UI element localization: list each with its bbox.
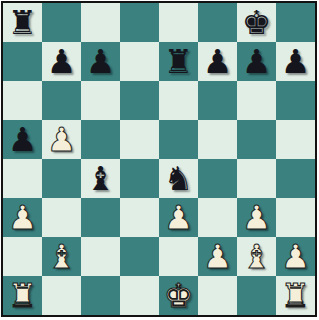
square-f5[interactable] xyxy=(198,120,237,159)
square-d2[interactable] xyxy=(120,237,159,276)
square-h8[interactable] xyxy=(276,3,315,42)
square-a7[interactable] xyxy=(3,42,42,81)
square-b6[interactable] xyxy=(42,81,81,120)
square-f2[interactable]: ♟ xyxy=(198,237,237,276)
square-c8[interactable] xyxy=(81,3,120,42)
square-a8[interactable]: ♜ xyxy=(3,3,42,42)
square-h6[interactable] xyxy=(276,81,315,120)
square-h3[interactable] xyxy=(276,198,315,237)
square-h4[interactable] xyxy=(276,159,315,198)
square-d5[interactable] xyxy=(120,120,159,159)
black-rook: ♜ xyxy=(164,42,194,81)
square-b8[interactable] xyxy=(42,3,81,42)
white-pawn: ♟ xyxy=(203,237,233,276)
square-h5[interactable] xyxy=(276,120,315,159)
square-e7[interactable]: ♜ xyxy=(159,42,198,81)
black-pawn: ♟ xyxy=(47,42,77,81)
square-e5[interactable] xyxy=(159,120,198,159)
square-f3[interactable] xyxy=(198,198,237,237)
square-a6[interactable] xyxy=(3,81,42,120)
black-pawn: ♟ xyxy=(281,42,311,81)
white-rook: ♜ xyxy=(8,276,38,315)
square-f8[interactable] xyxy=(198,3,237,42)
square-a1[interactable]: ♜ xyxy=(3,276,42,315)
square-g6[interactable] xyxy=(237,81,276,120)
chess-board: ♜♚♟♟♜♟♟♟♟♟♝♞♟♟♟♝♟♝♟♜♚♜ xyxy=(1,1,317,317)
square-a5[interactable]: ♟ xyxy=(3,120,42,159)
black-pawn: ♟ xyxy=(203,42,233,81)
square-e6[interactable] xyxy=(159,81,198,120)
white-bishop: ♝ xyxy=(47,237,77,276)
chess-diagram: ♜♚♟♟♜♟♟♟♟♟♝♞♟♟♟♝♟♝♟♜♚♜ xyxy=(0,1,319,320)
square-g3[interactable]: ♟ xyxy=(237,198,276,237)
square-a3[interactable]: ♟ xyxy=(3,198,42,237)
square-b4[interactable] xyxy=(42,159,81,198)
square-d3[interactable] xyxy=(120,198,159,237)
square-g1[interactable] xyxy=(237,276,276,315)
square-b7[interactable]: ♟ xyxy=(42,42,81,81)
square-d1[interactable] xyxy=(120,276,159,315)
black-rook: ♜ xyxy=(8,3,38,42)
square-d7[interactable] xyxy=(120,42,159,81)
white-bishop: ♝ xyxy=(242,237,272,276)
white-pawn: ♟ xyxy=(242,198,272,237)
square-d8[interactable] xyxy=(120,3,159,42)
square-e3[interactable]: ♟ xyxy=(159,198,198,237)
square-c4[interactable]: ♝ xyxy=(81,159,120,198)
black-knight: ♞ xyxy=(164,159,194,198)
square-h1[interactable]: ♜ xyxy=(276,276,315,315)
square-b1[interactable] xyxy=(42,276,81,315)
square-f6[interactable] xyxy=(198,81,237,120)
white-pawn: ♟ xyxy=(8,198,38,237)
square-a4[interactable] xyxy=(3,159,42,198)
white-king: ♚ xyxy=(164,276,194,315)
black-pawn: ♟ xyxy=(86,42,116,81)
square-e1[interactable]: ♚ xyxy=(159,276,198,315)
square-a2[interactable] xyxy=(3,237,42,276)
square-c2[interactable] xyxy=(81,237,120,276)
square-d6[interactable] xyxy=(120,81,159,120)
square-e8[interactable] xyxy=(159,3,198,42)
square-g4[interactable] xyxy=(237,159,276,198)
square-b3[interactable] xyxy=(42,198,81,237)
white-pawn: ♟ xyxy=(164,198,194,237)
black-pawn: ♟ xyxy=(242,42,272,81)
square-h2[interactable]: ♟ xyxy=(276,237,315,276)
square-e4[interactable]: ♞ xyxy=(159,159,198,198)
square-h7[interactable]: ♟ xyxy=(276,42,315,81)
square-b2[interactable]: ♝ xyxy=(42,237,81,276)
square-f1[interactable] xyxy=(198,276,237,315)
square-e2[interactable] xyxy=(159,237,198,276)
white-rook: ♜ xyxy=(281,276,311,315)
square-g2[interactable]: ♝ xyxy=(237,237,276,276)
square-c1[interactable] xyxy=(81,276,120,315)
white-pawn: ♟ xyxy=(47,120,77,159)
square-g5[interactable] xyxy=(237,120,276,159)
square-c3[interactable] xyxy=(81,198,120,237)
square-f4[interactable] xyxy=(198,159,237,198)
square-b5[interactable]: ♟ xyxy=(42,120,81,159)
square-c7[interactable]: ♟ xyxy=(81,42,120,81)
white-pawn: ♟ xyxy=(281,237,311,276)
square-c5[interactable] xyxy=(81,120,120,159)
square-f7[interactable]: ♟ xyxy=(198,42,237,81)
black-pawn: ♟ xyxy=(8,120,38,159)
square-c6[interactable] xyxy=(81,81,120,120)
square-d4[interactable] xyxy=(120,159,159,198)
black-king: ♚ xyxy=(242,3,272,42)
square-g7[interactable]: ♟ xyxy=(237,42,276,81)
square-g8[interactable]: ♚ xyxy=(237,3,276,42)
black-bishop: ♝ xyxy=(86,159,116,198)
